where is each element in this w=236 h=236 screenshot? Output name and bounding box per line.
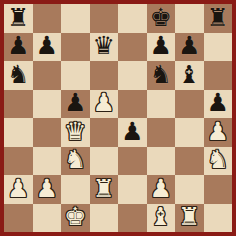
- square-b7[interactable]: ♟: [33, 33, 62, 62]
- square-e3[interactable]: [118, 147, 147, 176]
- square-c5[interactable]: ♟: [61, 90, 90, 119]
- black-pawn-c5[interactable]: ♟: [64, 90, 86, 115]
- square-e5[interactable]: [118, 90, 147, 119]
- square-d2[interactable]: ♜: [90, 175, 119, 204]
- square-f6[interactable]: ♞: [147, 61, 176, 90]
- square-a6[interactable]: ♞: [4, 61, 33, 90]
- square-g3[interactable]: [175, 147, 204, 176]
- square-c4[interactable]: ♛: [61, 118, 90, 147]
- white-rook-d2[interactable]: ♜: [93, 176, 115, 201]
- black-rook-h8[interactable]: ♜: [207, 5, 229, 30]
- square-e8[interactable]: [118, 4, 147, 33]
- black-pawn-g7[interactable]: ♟: [178, 33, 200, 58]
- square-e4[interactable]: ♟: [118, 118, 147, 147]
- square-g2[interactable]: [175, 175, 204, 204]
- square-a2[interactable]: ♟: [4, 175, 33, 204]
- square-b3[interactable]: [33, 147, 62, 176]
- white-pawn-a2[interactable]: ♟: [7, 176, 29, 201]
- square-g1[interactable]: ♜: [175, 204, 204, 233]
- square-e2[interactable]: [118, 175, 147, 204]
- square-f1[interactable]: ♝: [147, 204, 176, 233]
- square-g4[interactable]: [175, 118, 204, 147]
- square-h3[interactable]: ♞: [204, 147, 233, 176]
- black-bishop-g6[interactable]: ♝: [178, 62, 200, 87]
- black-pawn-f7[interactable]: ♟: [150, 33, 172, 58]
- white-pawn-h4[interactable]: ♟: [207, 119, 229, 144]
- square-a4[interactable]: [4, 118, 33, 147]
- square-d4[interactable]: [90, 118, 119, 147]
- black-pawn-b7[interactable]: ♟: [36, 33, 58, 58]
- black-knight-a6[interactable]: ♞: [7, 62, 29, 87]
- square-e6[interactable]: [118, 61, 147, 90]
- square-a3[interactable]: [4, 147, 33, 176]
- square-f5[interactable]: [147, 90, 176, 119]
- black-rook-a8[interactable]: ♜: [7, 5, 29, 30]
- square-d3[interactable]: [90, 147, 119, 176]
- square-h8[interactable]: ♜: [204, 4, 233, 33]
- white-pawn-f2[interactable]: ♟: [150, 176, 172, 201]
- black-king-f8[interactable]: ♚: [150, 5, 172, 30]
- square-h6[interactable]: [204, 61, 233, 90]
- square-a5[interactable]: [4, 90, 33, 119]
- black-knight-f6[interactable]: ♞: [150, 62, 172, 87]
- square-g8[interactable]: [175, 4, 204, 33]
- square-h5[interactable]: ♟: [204, 90, 233, 119]
- square-d7[interactable]: ♛: [90, 33, 119, 62]
- square-b6[interactable]: [33, 61, 62, 90]
- square-b4[interactable]: [33, 118, 62, 147]
- square-h1[interactable]: [204, 204, 233, 233]
- black-pawn-e4[interactable]: ♟: [121, 119, 143, 144]
- square-d5[interactable]: ♟: [90, 90, 119, 119]
- square-b1[interactable]: [33, 204, 62, 233]
- square-h4[interactable]: ♟: [204, 118, 233, 147]
- square-f2[interactable]: ♟: [147, 175, 176, 204]
- square-a1[interactable]: [4, 204, 33, 233]
- square-f4[interactable]: [147, 118, 176, 147]
- square-c6[interactable]: [61, 61, 90, 90]
- white-knight-c3[interactable]: ♞: [64, 147, 86, 172]
- white-pawn-d5[interactable]: ♟: [93, 90, 115, 115]
- square-h7[interactable]: [204, 33, 233, 62]
- square-h2[interactable]: [204, 175, 233, 204]
- square-c1[interactable]: ♚: [61, 204, 90, 233]
- white-queen-c4[interactable]: ♛: [64, 119, 86, 144]
- white-pawn-b2[interactable]: ♟: [36, 176, 58, 201]
- square-e1[interactable]: [118, 204, 147, 233]
- square-c7[interactable]: [61, 33, 90, 62]
- square-c8[interactable]: [61, 4, 90, 33]
- square-b5[interactable]: [33, 90, 62, 119]
- square-b2[interactable]: ♟: [33, 175, 62, 204]
- square-d6[interactable]: [90, 61, 119, 90]
- square-c2[interactable]: [61, 175, 90, 204]
- square-b8[interactable]: [33, 4, 62, 33]
- white-bishop-f1[interactable]: ♝: [150, 204, 172, 229]
- square-f3[interactable]: [147, 147, 176, 176]
- square-d8[interactable]: [90, 4, 119, 33]
- square-a8[interactable]: ♜: [4, 4, 33, 33]
- chess-board: ♜♚♜♟♟♛♟♟♞♞♝♟♟♟♛♟♟♞♞♟♟♜♟♚♝♜: [4, 4, 232, 232]
- square-a7[interactable]: ♟: [4, 33, 33, 62]
- white-knight-h3[interactable]: ♞: [207, 147, 229, 172]
- black-queen-d7[interactable]: ♛: [93, 33, 115, 58]
- square-f8[interactable]: ♚: [147, 4, 176, 33]
- black-pawn-a7[interactable]: ♟: [7, 33, 29, 58]
- square-c3[interactable]: ♞: [61, 147, 90, 176]
- square-g7[interactable]: ♟: [175, 33, 204, 62]
- white-king-c1[interactable]: ♚: [64, 204, 86, 229]
- square-g6[interactable]: ♝: [175, 61, 204, 90]
- square-g5[interactable]: [175, 90, 204, 119]
- black-pawn-h5[interactable]: ♟: [207, 90, 229, 115]
- square-d1[interactable]: [90, 204, 119, 233]
- chess-board-frame: ♜♚♜♟♟♛♟♟♞♞♝♟♟♟♛♟♟♞♞♟♟♜♟♚♝♜: [0, 0, 236, 236]
- square-f7[interactable]: ♟: [147, 33, 176, 62]
- square-e7[interactable]: [118, 33, 147, 62]
- white-rook-g1[interactable]: ♜: [178, 204, 200, 229]
